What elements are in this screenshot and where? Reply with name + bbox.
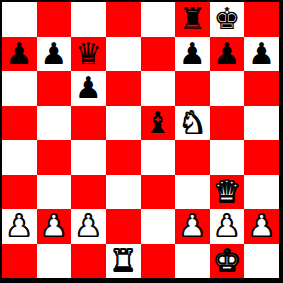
piece-white-knight-f5[interactable]: ♞ bbox=[179, 108, 206, 138]
square-g2[interactable]: ♟ bbox=[210, 209, 245, 244]
piece-white-rook-d1[interactable]: ♜ bbox=[110, 246, 137, 276]
square-b8[interactable] bbox=[37, 2, 72, 37]
piece-black-queen-c7[interactable]: ♛ bbox=[75, 39, 102, 69]
square-e5[interactable]: ♝ bbox=[141, 106, 176, 141]
piece-white-pawn-b2[interactable]: ♟ bbox=[40, 211, 67, 241]
square-c5[interactable] bbox=[71, 106, 106, 141]
square-f8[interactable]: ♜ bbox=[175, 2, 210, 37]
square-a3[interactable] bbox=[2, 175, 37, 210]
square-b1[interactable] bbox=[37, 244, 72, 279]
piece-black-bishop-e5[interactable]: ♝ bbox=[144, 108, 171, 138]
square-b5[interactable] bbox=[37, 106, 72, 141]
square-d4[interactable] bbox=[106, 140, 141, 175]
square-f2[interactable]: ♟ bbox=[175, 209, 210, 244]
square-a4[interactable] bbox=[2, 140, 37, 175]
piece-black-pawn-a7[interactable]: ♟ bbox=[6, 39, 33, 69]
square-d2[interactable] bbox=[106, 209, 141, 244]
square-h6[interactable] bbox=[244, 71, 279, 106]
piece-white-pawn-a2[interactable]: ♟ bbox=[6, 211, 33, 241]
square-a6[interactable] bbox=[2, 71, 37, 106]
square-e8[interactable] bbox=[141, 2, 176, 37]
square-h2[interactable]: ♟ bbox=[244, 209, 279, 244]
piece-black-rook-f8[interactable]: ♜ bbox=[179, 4, 206, 34]
piece-black-king-g8[interactable]: ♚ bbox=[214, 4, 241, 34]
square-b4[interactable] bbox=[37, 140, 72, 175]
square-e2[interactable] bbox=[141, 209, 176, 244]
square-f4[interactable] bbox=[175, 140, 210, 175]
piece-white-pawn-h2[interactable]: ♟ bbox=[248, 211, 275, 241]
piece-white-king-g1[interactable]: ♚ bbox=[214, 246, 241, 276]
square-g4[interactable] bbox=[210, 140, 245, 175]
square-g6[interactable] bbox=[210, 71, 245, 106]
square-d3[interactable] bbox=[106, 175, 141, 210]
square-a1[interactable] bbox=[2, 244, 37, 279]
square-h4[interactable] bbox=[244, 140, 279, 175]
square-a2[interactable]: ♟ bbox=[2, 209, 37, 244]
square-h1[interactable] bbox=[244, 244, 279, 279]
square-c3[interactable] bbox=[71, 175, 106, 210]
square-d7[interactable] bbox=[106, 37, 141, 72]
square-f3[interactable] bbox=[175, 175, 210, 210]
square-e4[interactable] bbox=[141, 140, 176, 175]
piece-black-pawn-c6[interactable]: ♟ bbox=[75, 73, 102, 103]
square-e7[interactable] bbox=[141, 37, 176, 72]
square-c4[interactable] bbox=[71, 140, 106, 175]
square-h7[interactable]: ♟ bbox=[244, 37, 279, 72]
square-g3[interactable]: ♛ bbox=[210, 175, 245, 210]
square-g7[interactable]: ♟ bbox=[210, 37, 245, 72]
square-b3[interactable] bbox=[37, 175, 72, 210]
square-f7[interactable]: ♟ bbox=[175, 37, 210, 72]
square-f5[interactable]: ♞ bbox=[175, 106, 210, 141]
square-f6[interactable] bbox=[175, 71, 210, 106]
square-b7[interactable]: ♟ bbox=[37, 37, 72, 72]
square-g5[interactable] bbox=[210, 106, 245, 141]
piece-black-pawn-h7[interactable]: ♟ bbox=[248, 39, 275, 69]
chess-board: ♜♚♟♟♛♟♟♟♟♝♞♛♟♟♟♟♟♟♜♚ bbox=[2, 2, 279, 278]
piece-white-pawn-g2[interactable]: ♟ bbox=[214, 211, 241, 241]
square-c1[interactable] bbox=[71, 244, 106, 279]
square-c7[interactable]: ♛ bbox=[71, 37, 106, 72]
square-g1[interactable]: ♚ bbox=[210, 244, 245, 279]
square-d1[interactable]: ♜ bbox=[106, 244, 141, 279]
chess-board-frame: ♜♚♟♟♛♟♟♟♟♝♞♛♟♟♟♟♟♟♜♚ bbox=[0, 0, 283, 283]
square-e1[interactable] bbox=[141, 244, 176, 279]
square-f1[interactable] bbox=[175, 244, 210, 279]
square-d8[interactable] bbox=[106, 2, 141, 37]
square-c2[interactable]: ♟ bbox=[71, 209, 106, 244]
square-e3[interactable] bbox=[141, 175, 176, 210]
square-e6[interactable] bbox=[141, 71, 176, 106]
square-d6[interactable] bbox=[106, 71, 141, 106]
square-h8[interactable] bbox=[244, 2, 279, 37]
square-a7[interactable]: ♟ bbox=[2, 37, 37, 72]
square-h5[interactable] bbox=[244, 106, 279, 141]
square-a8[interactable] bbox=[2, 2, 37, 37]
square-b2[interactable]: ♟ bbox=[37, 209, 72, 244]
piece-black-pawn-b7[interactable]: ♟ bbox=[40, 39, 67, 69]
square-c8[interactable] bbox=[71, 2, 106, 37]
square-a5[interactable] bbox=[2, 106, 37, 141]
square-h3[interactable] bbox=[244, 175, 279, 210]
piece-white-pawn-f2[interactable]: ♟ bbox=[179, 211, 206, 241]
square-b6[interactable] bbox=[37, 71, 72, 106]
square-g8[interactable]: ♚ bbox=[210, 2, 245, 37]
piece-black-pawn-g7[interactable]: ♟ bbox=[214, 39, 241, 69]
piece-black-pawn-f7[interactable]: ♟ bbox=[179, 39, 206, 69]
piece-white-pawn-c2[interactable]: ♟ bbox=[75, 211, 102, 241]
square-c6[interactable]: ♟ bbox=[71, 71, 106, 106]
square-d5[interactable] bbox=[106, 106, 141, 141]
piece-white-queen-g3[interactable]: ♛ bbox=[214, 177, 241, 207]
